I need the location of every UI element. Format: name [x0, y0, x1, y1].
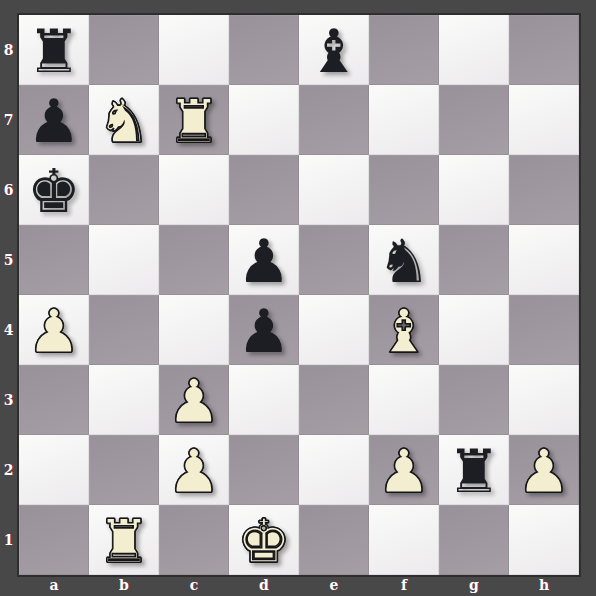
rank-label-6: 6: [0, 155, 17, 225]
square-g5[interactable]: [439, 225, 509, 295]
rank-label-5: 5: [0, 225, 17, 295]
square-b1[interactable]: ♜: [89, 505, 159, 575]
square-c1[interactable]: [159, 505, 229, 575]
square-h8[interactable]: [509, 15, 579, 85]
black-pawn[interactable]: ♟: [237, 301, 291, 361]
square-h2[interactable]: ♟: [509, 435, 579, 505]
square-b5[interactable]: [89, 225, 159, 295]
file-label-c: c: [159, 576, 229, 596]
white-pawn[interactable]: ♟: [167, 441, 221, 501]
square-f5[interactable]: ♞: [369, 225, 439, 295]
file-label-g: g: [439, 576, 509, 596]
square-c3[interactable]: ♟: [159, 365, 229, 435]
square-h4[interactable]: [509, 295, 579, 365]
rank-label-8: 8: [0, 15, 17, 85]
file-label-d: d: [229, 576, 299, 596]
black-knight[interactable]: ♞: [377, 231, 431, 291]
square-g8[interactable]: [439, 15, 509, 85]
square-g1[interactable]: [439, 505, 509, 575]
white-pawn[interactable]: ♟: [377, 441, 431, 501]
square-f1[interactable]: [369, 505, 439, 575]
square-a6[interactable]: ♚: [19, 155, 89, 225]
square-b8[interactable]: [89, 15, 159, 85]
square-a3[interactable]: [19, 365, 89, 435]
square-c5[interactable]: [159, 225, 229, 295]
board-border: ♜♝♟♞♜♚♟♞♟♟♝♟♟♟♜♟♜♚: [17, 13, 581, 577]
rank-label-7: 7: [0, 85, 17, 155]
square-a8[interactable]: ♜: [19, 15, 89, 85]
square-f3[interactable]: [369, 365, 439, 435]
square-d5[interactable]: ♟: [229, 225, 299, 295]
file-label-b: b: [89, 576, 159, 596]
file-label-a: a: [19, 576, 89, 596]
black-bishop[interactable]: ♝: [307, 21, 361, 81]
square-a5[interactable]: [19, 225, 89, 295]
square-b2[interactable]: [89, 435, 159, 505]
square-e4[interactable]: [299, 295, 369, 365]
white-rook[interactable]: ♜: [167, 91, 221, 151]
square-h6[interactable]: [509, 155, 579, 225]
square-d3[interactable]: [229, 365, 299, 435]
square-g7[interactable]: [439, 85, 509, 155]
square-d1[interactable]: ♚: [229, 505, 299, 575]
square-e8[interactable]: ♝: [299, 15, 369, 85]
white-pawn[interactable]: ♟: [167, 371, 221, 431]
square-f2[interactable]: ♟: [369, 435, 439, 505]
square-c7[interactable]: ♜: [159, 85, 229, 155]
rank-label-1: 1: [0, 505, 17, 575]
square-g2[interactable]: ♜: [439, 435, 509, 505]
square-a4[interactable]: ♟: [19, 295, 89, 365]
rank-labels: 87654321: [0, 15, 17, 575]
square-g6[interactable]: [439, 155, 509, 225]
black-pawn[interactable]: ♟: [27, 91, 81, 151]
square-g4[interactable]: [439, 295, 509, 365]
square-h3[interactable]: [509, 365, 579, 435]
rank-label-4: 4: [0, 295, 17, 365]
rank-label-3: 3: [0, 365, 17, 435]
square-d8[interactable]: [229, 15, 299, 85]
square-b7[interactable]: ♞: [89, 85, 159, 155]
square-f6[interactable]: [369, 155, 439, 225]
square-c4[interactable]: [159, 295, 229, 365]
white-bishop[interactable]: ♝: [377, 301, 431, 361]
square-e1[interactable]: [299, 505, 369, 575]
file-label-e: e: [299, 576, 369, 596]
square-f7[interactable]: [369, 85, 439, 155]
black-pawn[interactable]: ♟: [237, 231, 291, 291]
square-a1[interactable]: [19, 505, 89, 575]
black-rook[interactable]: ♜: [447, 441, 501, 501]
square-e2[interactable]: [299, 435, 369, 505]
file-label-h: h: [509, 576, 579, 596]
square-e7[interactable]: [299, 85, 369, 155]
white-king[interactable]: ♚: [237, 511, 291, 571]
rank-label-2: 2: [0, 435, 17, 505]
square-e3[interactable]: [299, 365, 369, 435]
white-pawn[interactable]: ♟: [517, 441, 571, 501]
square-b4[interactable]: [89, 295, 159, 365]
file-labels: abcdefgh: [19, 576, 579, 596]
white-knight[interactable]: ♞: [97, 91, 151, 151]
chess-board-frame: 87654321 ♜♝♟♞♜♚♟♞♟♟♝♟♟♟♜♟♜♚ abcdefgh: [0, 0, 596, 596]
square-b3[interactable]: [89, 365, 159, 435]
square-e6[interactable]: [299, 155, 369, 225]
square-h7[interactable]: [509, 85, 579, 155]
square-a2[interactable]: [19, 435, 89, 505]
black-king[interactable]: ♚: [27, 161, 81, 221]
square-d6[interactable]: [229, 155, 299, 225]
file-label-f: f: [369, 576, 439, 596]
square-h1[interactable]: [509, 505, 579, 575]
square-d7[interactable]: [229, 85, 299, 155]
square-f8[interactable]: [369, 15, 439, 85]
square-e5[interactable]: [299, 225, 369, 295]
square-a7[interactable]: ♟: [19, 85, 89, 155]
white-pawn[interactable]: ♟: [27, 301, 81, 361]
square-c6[interactable]: [159, 155, 229, 225]
white-rook[interactable]: ♜: [97, 511, 151, 571]
square-d2[interactable]: [229, 435, 299, 505]
square-c8[interactable]: [159, 15, 229, 85]
square-c2[interactable]: ♟: [159, 435, 229, 505]
square-f4[interactable]: ♝: [369, 295, 439, 365]
square-h5[interactable]: [509, 225, 579, 295]
square-d4[interactable]: ♟: [229, 295, 299, 365]
square-g3[interactable]: [439, 365, 509, 435]
chess-board: ♜♝♟♞♜♚♟♞♟♟♝♟♟♟♜♟♜♚: [19, 15, 579, 575]
square-b6[interactable]: [89, 155, 159, 225]
black-rook[interactable]: ♜: [27, 21, 81, 81]
